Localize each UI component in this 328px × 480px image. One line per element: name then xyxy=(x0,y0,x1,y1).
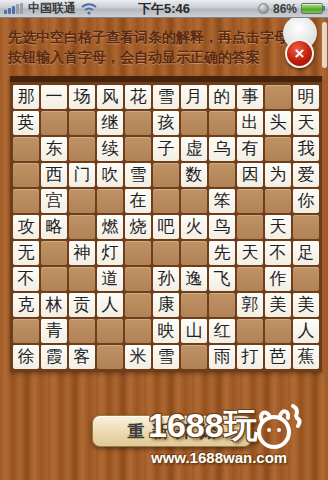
letter-cell[interactable]: 头 xyxy=(265,111,291,135)
letter-cell[interactable]: 我 xyxy=(293,137,319,161)
letter-cell[interactable]: 郭 xyxy=(237,293,263,317)
blocked-cell xyxy=(69,111,95,135)
letter-cell[interactable]: 风 xyxy=(97,85,123,109)
blocked-cell xyxy=(69,267,95,291)
letter-cell[interactable]: 红 xyxy=(209,319,235,343)
blocked-cell xyxy=(265,85,291,109)
puzzle-grid: 那一场风花雪月的事明英继孩出头天东续子虚乌有我西门吹雪数因为爱宫在笨你攻略燃烧吧… xyxy=(10,76,322,372)
letter-cell[interactable]: 孩 xyxy=(153,111,179,135)
letter-cell[interactable]: 爱 xyxy=(293,163,319,187)
letter-cell[interactable]: 虚 xyxy=(181,137,207,161)
letter-cell[interactable]: 出 xyxy=(237,111,263,135)
letter-cell[interactable]: 霞 xyxy=(41,345,67,369)
letter-cell[interactable]: 人 xyxy=(293,319,319,343)
blocked-cell xyxy=(13,189,39,213)
letter-cell[interactable]: 灯 xyxy=(97,241,123,265)
letter-cell[interactable]: 火 xyxy=(181,215,207,239)
letter-cell[interactable]: 青 xyxy=(41,319,67,343)
blocked-cell xyxy=(69,137,95,161)
lock-icon xyxy=(258,3,269,14)
letter-cell[interactable]: 月 xyxy=(181,85,207,109)
blocked-cell xyxy=(13,319,39,343)
letter-cell[interactable]: 一 xyxy=(41,85,67,109)
letter-cell[interactable]: 克 xyxy=(13,293,39,317)
letter-cell[interactable]: 雪 xyxy=(153,85,179,109)
letter-cell[interactable]: 花 xyxy=(125,85,151,109)
letter-cell[interactable]: 数 xyxy=(181,163,207,187)
letter-cell[interactable]: 飞 xyxy=(209,267,235,291)
instruction-line-1: 先选中空白格子查看词条的解释，再点击字母 xyxy=(8,27,288,47)
letter-cell[interactable]: 蕉 xyxy=(293,345,319,369)
blocked-cell xyxy=(153,189,179,213)
letter-cell[interactable]: 逸 xyxy=(181,267,207,291)
blocked-cell xyxy=(293,215,319,239)
letter-cell[interactable]: 继 xyxy=(97,111,123,135)
letter-cell[interactable]: 作 xyxy=(265,267,291,291)
blocked-cell xyxy=(41,241,67,265)
blocked-cell xyxy=(237,319,263,343)
blocked-cell xyxy=(237,189,263,213)
letter-cell[interactable]: 笨 xyxy=(209,189,235,213)
scrollbar[interactable] xyxy=(322,22,327,68)
letter-cell[interactable]: 雨 xyxy=(209,345,235,369)
blocked-cell xyxy=(209,163,235,187)
letter-cell[interactable]: 吧 xyxy=(153,215,179,239)
blocked-cell xyxy=(181,345,207,369)
letter-cell[interactable]: 映 xyxy=(153,319,179,343)
letter-cell[interactable]: 米 xyxy=(125,345,151,369)
letter-cell[interactable]: 场 xyxy=(69,85,95,109)
letter-cell[interactable]: 天 xyxy=(237,241,263,265)
blocked-cell xyxy=(209,111,235,135)
letter-cell[interactable]: 在 xyxy=(125,189,151,213)
letter-cell[interactable]: 燃 xyxy=(97,215,123,239)
letter-cell[interactable]: 客 xyxy=(69,345,95,369)
blocked-cell xyxy=(265,189,291,213)
blocked-cell xyxy=(41,111,67,135)
letter-cell[interactable]: 事 xyxy=(237,85,263,109)
blocked-cell xyxy=(41,267,67,291)
blocked-cell xyxy=(237,215,263,239)
blocked-cell xyxy=(125,137,151,161)
letter-cell[interactable]: 天 xyxy=(293,111,319,135)
letter-cell[interactable]: 林 xyxy=(41,293,67,317)
letter-cell[interactable]: 略 xyxy=(41,215,67,239)
blocked-cell xyxy=(265,319,291,343)
letter-cell[interactable]: 宫 xyxy=(41,189,67,213)
blocked-cell xyxy=(153,241,179,265)
battery-percent-label: 86% xyxy=(273,2,297,16)
letter-cell[interactable]: 烧 xyxy=(125,215,151,239)
letter-cell[interactable]: 芭 xyxy=(265,345,291,369)
blocked-cell xyxy=(13,163,39,187)
blocked-cell xyxy=(97,345,123,369)
letter-cell[interactable]: 子 xyxy=(153,137,179,161)
letter-cell[interactable]: 徐 xyxy=(13,345,39,369)
letter-cell[interactable]: 神 xyxy=(69,241,95,265)
letter-cell[interactable]: 雪 xyxy=(125,163,151,187)
letter-cell[interactable]: 吹 xyxy=(97,163,123,187)
blocked-cell xyxy=(125,241,151,265)
letter-cell[interactable]: 乌 xyxy=(209,137,235,161)
blocked-cell xyxy=(125,111,151,135)
blocked-cell xyxy=(13,137,39,161)
blocked-cell xyxy=(97,189,123,213)
blocked-cell xyxy=(237,267,263,291)
letter-cell[interactable]: 先 xyxy=(209,241,235,265)
instruction-text: 先选中空白格子查看词条的解释，再点击字母 按钮输入首字母，会自动显示正确的答案 xyxy=(8,27,288,67)
letter-cell[interactable]: 的 xyxy=(209,85,235,109)
panda-logo-icon xyxy=(250,400,304,456)
blocked-cell xyxy=(125,293,151,317)
letter-cell[interactable]: 门 xyxy=(69,163,95,187)
blocked-cell xyxy=(69,189,95,213)
letter-cell[interactable]: 天 xyxy=(265,215,291,239)
letter-cell[interactable]: 打 xyxy=(237,345,263,369)
letter-cell[interactable]: 不 xyxy=(13,267,39,291)
blocked-cell xyxy=(69,319,95,343)
blocked-cell xyxy=(125,319,151,343)
blocked-cell xyxy=(265,137,291,161)
battery-icon xyxy=(301,3,325,14)
letter-cell[interactable]: 鸟 xyxy=(209,215,235,239)
blocked-cell xyxy=(153,163,179,187)
letter-cell[interactable]: 康 xyxy=(153,293,179,317)
letter-cell[interactable]: 明 xyxy=(293,85,319,109)
blocked-cell xyxy=(125,267,151,291)
blocked-cell xyxy=(209,293,235,317)
watermark-url: www.1688wan.com xyxy=(151,449,287,466)
letter-cell[interactable]: 足 xyxy=(293,241,319,265)
blocked-cell xyxy=(97,319,123,343)
instruction-line-2: 按钮输入首字母，会自动显示正确的答案 xyxy=(8,47,288,67)
letter-cell[interactable]: 你 xyxy=(293,189,319,213)
letter-cell[interactable]: 不 xyxy=(265,241,291,265)
letter-cell[interactable]: 续 xyxy=(97,137,123,161)
close-icon: × xyxy=(295,45,305,62)
blocked-cell xyxy=(181,241,207,265)
letter-cell[interactable]: 西 xyxy=(41,163,67,187)
status-bar: 中国联通 下午5:46 86% xyxy=(0,0,328,18)
letter-cell[interactable]: 因 xyxy=(237,163,263,187)
watermark-logo-text: 1688玩 xyxy=(148,408,258,442)
close-button[interactable]: × xyxy=(285,39,314,68)
blocked-cell xyxy=(181,189,207,213)
letter-cell[interactable]: 雪 xyxy=(153,345,179,369)
blocked-cell xyxy=(181,111,207,135)
letter-cell[interactable]: 为 xyxy=(265,163,291,187)
letter-cell[interactable]: 道 xyxy=(97,267,123,291)
letter-cell[interactable]: 有 xyxy=(237,137,263,161)
letter-cell[interactable]: 东 xyxy=(41,137,67,161)
letter-cell[interactable]: 无 xyxy=(13,241,39,265)
letter-cell[interactable]: 山 xyxy=(181,319,207,343)
letter-cell[interactable]: 那 xyxy=(13,85,39,109)
letter-cell[interactable]: 攻 xyxy=(13,215,39,239)
blocked-cell xyxy=(293,267,319,291)
letter-cell[interactable]: 英 xyxy=(13,111,39,135)
letter-cell[interactable]: 美 xyxy=(293,293,319,317)
letter-cell[interactable]: 人 xyxy=(97,293,123,317)
letter-cell[interactable]: 孙 xyxy=(153,267,179,291)
blocked-cell xyxy=(69,215,95,239)
letter-cell[interactable]: 贡 xyxy=(69,293,95,317)
blocked-cell xyxy=(181,293,207,317)
letter-cell[interactable]: 美 xyxy=(265,293,291,317)
